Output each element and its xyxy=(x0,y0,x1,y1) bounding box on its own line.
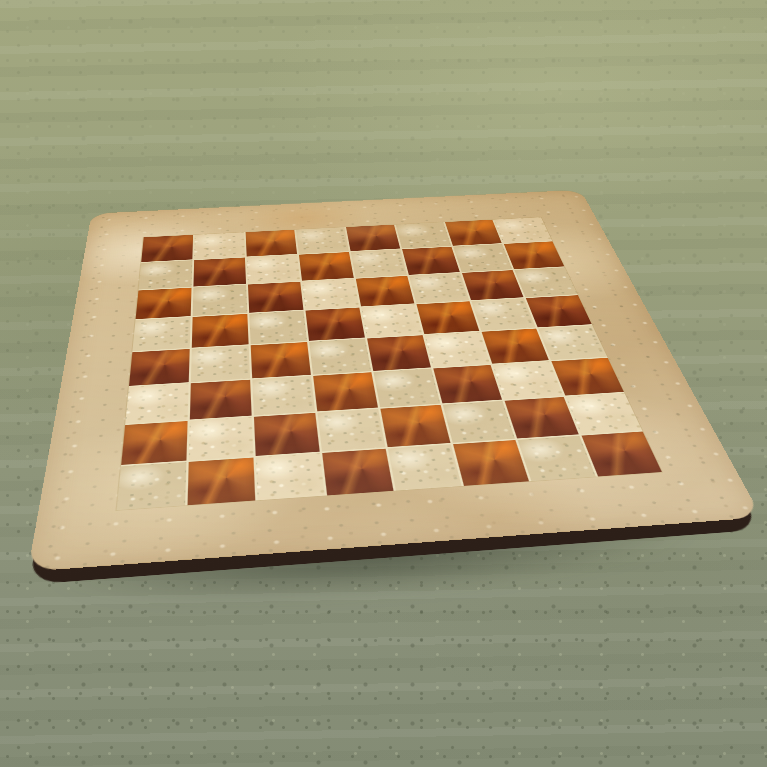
board-square[interactable] xyxy=(194,232,245,259)
board-square[interactable] xyxy=(551,358,623,396)
board-square[interactable] xyxy=(136,288,192,320)
board-grid xyxy=(117,217,662,510)
board-square[interactable] xyxy=(132,317,190,351)
board-square[interactable] xyxy=(191,345,250,382)
board-square[interactable] xyxy=(373,369,440,408)
board-square[interactable] xyxy=(396,222,451,248)
board-square[interactable] xyxy=(514,267,577,297)
board-square[interactable] xyxy=(433,365,502,403)
board-square[interactable] xyxy=(494,217,552,243)
board-square[interactable] xyxy=(256,453,325,500)
board-square[interactable] xyxy=(361,304,422,337)
board-square[interactable] xyxy=(417,301,480,334)
board-square[interactable] xyxy=(518,436,596,481)
board-square[interactable] xyxy=(402,247,460,275)
board-square[interactable] xyxy=(367,335,431,371)
board-square[interactable] xyxy=(425,332,491,367)
board-square[interactable] xyxy=(305,308,364,341)
board-square[interactable] xyxy=(129,349,190,386)
board-square[interactable] xyxy=(117,462,187,510)
board-square[interactable] xyxy=(193,258,246,287)
board-square[interactable] xyxy=(139,260,193,289)
board-square[interactable] xyxy=(190,380,252,420)
board-square[interactable] xyxy=(356,276,415,307)
board-square[interactable] xyxy=(504,241,564,269)
board-square[interactable] xyxy=(254,413,320,456)
board-square[interactable] xyxy=(453,440,529,486)
board-square[interactable] xyxy=(566,393,642,434)
board-square[interactable] xyxy=(346,225,400,251)
board-square[interactable] xyxy=(388,444,462,490)
board-square[interactable] xyxy=(251,342,311,378)
board-square[interactable] xyxy=(526,295,592,327)
board-square[interactable] xyxy=(317,409,385,452)
board-square[interactable] xyxy=(121,421,187,465)
board-square[interactable] xyxy=(299,252,354,281)
board-square[interactable] xyxy=(493,361,564,399)
board-square[interactable] xyxy=(252,376,315,415)
board-square[interactable] xyxy=(309,339,371,375)
chessboard xyxy=(28,190,762,572)
photo-empty-marble-chessboard xyxy=(0,0,767,767)
board-square[interactable] xyxy=(453,244,512,272)
board-square[interactable] xyxy=(582,432,662,477)
board-square[interactable] xyxy=(351,249,407,277)
board-square[interactable] xyxy=(380,405,450,447)
board-square[interactable] xyxy=(192,314,249,348)
board-square[interactable] xyxy=(193,285,248,316)
board-square[interactable] xyxy=(443,401,515,443)
board-square[interactable] xyxy=(505,397,579,439)
board-square[interactable] xyxy=(445,220,502,246)
board-square[interactable] xyxy=(125,383,188,423)
board-square[interactable] xyxy=(462,270,524,300)
board-square[interactable] xyxy=(471,298,535,330)
board-square[interactable] xyxy=(296,227,349,254)
board-square[interactable] xyxy=(322,449,393,496)
board-square[interactable] xyxy=(248,282,303,313)
board-square[interactable] xyxy=(302,279,359,310)
board-square[interactable] xyxy=(482,329,549,364)
board-square[interactable] xyxy=(249,311,307,345)
board-square[interactable] xyxy=(188,458,256,506)
board-square[interactable] xyxy=(313,372,378,411)
board-square[interactable] xyxy=(141,235,193,262)
board-square[interactable] xyxy=(247,255,300,284)
board-square[interactable] xyxy=(189,417,254,460)
board-square[interactable] xyxy=(409,273,469,303)
board-perspective-scene xyxy=(71,43,661,633)
board-square[interactable] xyxy=(538,325,607,360)
board-square[interactable] xyxy=(246,230,297,257)
